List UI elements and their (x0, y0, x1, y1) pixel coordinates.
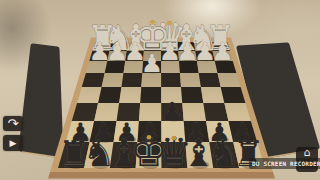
piece-black-pawn[interactable]: ♟ (161, 97, 184, 126)
piece-white-pawn[interactable]: ♟ (89, 37, 111, 66)
gold-finial (172, 136, 176, 140)
captured-pieces-tray-left (21, 46, 61, 156)
game-screen: ♜♞♝♛♚♝♞♜♟♟♟♟♟♟♟♟♟♟♟♟♟♟♟♟♜♞♝♛♚♝♞♜ ↷ ▶ ⌂ D… (0, 0, 320, 180)
rotate-icon: ↷ (8, 117, 19, 130)
play-button[interactable]: ▶ (3, 135, 23, 151)
play-icon: ▶ (10, 139, 17, 148)
gold-finial (147, 135, 152, 140)
rotate-view-button[interactable]: ↷ (3, 116, 23, 131)
piece-white-pawn[interactable]: ♟ (141, 49, 163, 78)
screen-recorder-watermark: DU SCREEN RECORDER (249, 158, 320, 169)
piece-black-rook[interactable]: ♜ (58, 133, 90, 174)
board-scene: ♜♞♝♛♚♝♞♜♟♟♟♟♟♟♟♟♟♟♟♟♟♟♟♟♜♞♝♛♚♝♞♜ (0, 0, 320, 180)
